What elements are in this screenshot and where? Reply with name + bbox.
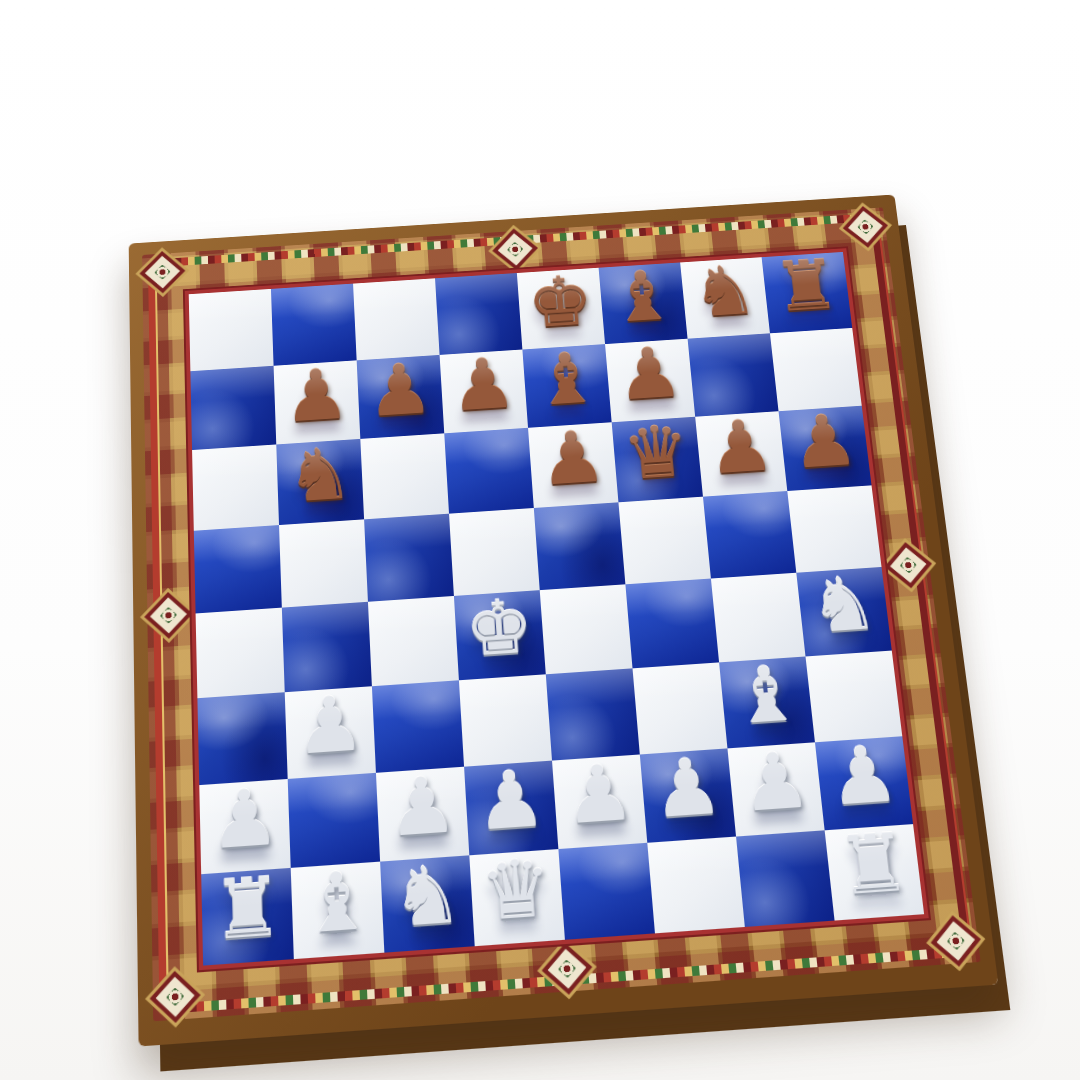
square-glare bbox=[274, 360, 359, 397]
square-g1[interactable] bbox=[736, 830, 835, 927]
square-glare bbox=[454, 590, 542, 629]
square-glare bbox=[201, 868, 292, 911]
silver-pawn-a2[interactable]: ♟ bbox=[208, 773, 281, 867]
silver-queen-d1[interactable]: ♛ bbox=[478, 843, 555, 939]
square-c6[interactable] bbox=[360, 433, 449, 519]
square-h4[interactable]: ♞ bbox=[796, 567, 891, 657]
square-d7[interactable]: ♟ bbox=[440, 349, 528, 433]
copper-queen-f6[interactable]: ♛ bbox=[620, 411, 694, 495]
square-a4[interactable] bbox=[196, 608, 285, 699]
square-g3[interactable]: ♝ bbox=[719, 656, 815, 748]
square-d4[interactable]: ♚ bbox=[454, 590, 546, 680]
border-star-medallion bbox=[848, 211, 883, 243]
copper-knight-g8[interactable]: ♞ bbox=[688, 252, 761, 332]
square-h7[interactable] bbox=[770, 328, 862, 411]
silver-knight-h4[interactable]: ♞ bbox=[804, 561, 882, 649]
square-glare bbox=[360, 433, 446, 470]
silver-knight-c1[interactable]: ♞ bbox=[389, 849, 465, 945]
square-e6[interactable]: ♟ bbox=[528, 422, 618, 508]
square-glare bbox=[435, 273, 519, 309]
copper-bishop-e7[interactable]: ♝ bbox=[531, 338, 603, 420]
square-d6[interactable] bbox=[444, 428, 534, 514]
chess-board: ♚♝♞♜♟♟♟♝♟♞♟♛♟♟♚♞♟♝♟♟♟♟♟♟♟♜♝♞♛♜ bbox=[129, 195, 999, 1047]
square-glare bbox=[605, 339, 691, 375]
copper-pawn-b7[interactable]: ♟ bbox=[282, 355, 351, 438]
square-glare bbox=[291, 862, 382, 904]
silver-king-d4[interactable]: ♚ bbox=[462, 584, 536, 673]
square-e4[interactable] bbox=[540, 584, 633, 674]
square-glare bbox=[282, 602, 370, 641]
square-a2[interactable]: ♟ bbox=[199, 779, 290, 874]
silver-bishop-b1[interactable]: ♝ bbox=[300, 855, 375, 951]
square-glare bbox=[599, 262, 684, 298]
square-f8[interactable]: ♝ bbox=[599, 262, 688, 344]
border-star-medallion bbox=[937, 921, 975, 960]
square-h5[interactable] bbox=[787, 485, 881, 572]
copper-pawn-f7[interactable]: ♟ bbox=[613, 333, 686, 415]
square-c4[interactable] bbox=[368, 596, 459, 686]
wood-frame: ♚♝♞♜♟♟♟♝♟♞♟♛♟♟♚♞♟♝♟♟♟♟♟♟♟♜♝♞♛♜ bbox=[129, 195, 999, 1047]
square-glare bbox=[271, 284, 355, 320]
square-e2[interactable]: ♟ bbox=[552, 754, 647, 849]
square-glare bbox=[647, 837, 739, 879]
copper-king-e8[interactable]: ♚ bbox=[525, 262, 596, 342]
copper-pawn-e6[interactable]: ♟ bbox=[536, 417, 609, 501]
square-g7[interactable] bbox=[688, 333, 779, 416]
square-glare bbox=[711, 573, 800, 612]
square-glare bbox=[727, 742, 818, 783]
square-glare bbox=[552, 754, 643, 795]
square-glare bbox=[540, 584, 628, 623]
square-a8[interactable] bbox=[189, 289, 274, 371]
copper-bishop-f8[interactable]: ♝ bbox=[607, 257, 679, 337]
square-f5[interactable] bbox=[618, 497, 710, 585]
square-g6[interactable]: ♟ bbox=[695, 411, 787, 496]
square-glare bbox=[796, 567, 885, 606]
square-glare bbox=[444, 428, 530, 465]
square-a7[interactable] bbox=[190, 366, 276, 450]
silver-pawn-f2[interactable]: ♟ bbox=[648, 742, 726, 835]
square-e3[interactable] bbox=[546, 668, 640, 760]
silver-rook-h1[interactable]: ♜ bbox=[833, 818, 914, 913]
square-glare bbox=[459, 674, 548, 714]
square-glare bbox=[199, 779, 289, 821]
border-star-medallion bbox=[145, 256, 180, 288]
square-b4[interactable] bbox=[282, 602, 372, 692]
square-c3[interactable] bbox=[372, 680, 464, 773]
square-glare bbox=[357, 355, 442, 392]
square-a3[interactable] bbox=[197, 692, 287, 785]
square-d5[interactable] bbox=[449, 508, 540, 596]
square-glare bbox=[189, 289, 272, 325]
square-g2[interactable]: ♟ bbox=[727, 742, 824, 836]
square-glare bbox=[380, 855, 471, 897]
copper-pawn-h6[interactable]: ♟ bbox=[786, 400, 862, 484]
copper-knight-b6[interactable]: ♞ bbox=[285, 433, 355, 518]
square-glare bbox=[517, 268, 601, 304]
square-glare bbox=[815, 736, 907, 777]
square-a6[interactable] bbox=[192, 444, 279, 530]
square-glare bbox=[440, 349, 525, 386]
square-e1[interactable] bbox=[558, 843, 655, 940]
square-d1[interactable]: ♛ bbox=[469, 849, 565, 946]
square-e8[interactable]: ♚ bbox=[517, 268, 605, 350]
square-glare bbox=[196, 608, 283, 647]
square-glare bbox=[288, 773, 378, 814]
square-glare bbox=[522, 344, 607, 380]
square-glare bbox=[558, 843, 650, 885]
copper-pawn-c7[interactable]: ♟ bbox=[365, 349, 435, 432]
square-c5[interactable] bbox=[364, 514, 454, 602]
square-e5[interactable] bbox=[534, 502, 626, 590]
square-f4[interactable] bbox=[625, 579, 719, 669]
copper-pawn-d7[interactable]: ♟ bbox=[448, 344, 519, 427]
square-glare bbox=[625, 579, 714, 618]
square-glare bbox=[192, 444, 277, 482]
silver-bishop-g3[interactable]: ♝ bbox=[727, 650, 805, 740]
square-d2[interactable]: ♟ bbox=[464, 761, 558, 856]
square-glare bbox=[372, 680, 461, 720]
border-star-medallion bbox=[150, 597, 187, 633]
square-g4[interactable] bbox=[711, 573, 806, 663]
square-a5[interactable] bbox=[194, 525, 282, 613]
square-b8[interactable] bbox=[271, 284, 357, 366]
square-glare bbox=[449, 508, 536, 546]
silver-pawn-b3[interactable]: ♟ bbox=[294, 680, 367, 771]
square-e7[interactable]: ♝ bbox=[522, 344, 611, 428]
square-glare bbox=[368, 596, 456, 635]
square-c1[interactable]: ♞ bbox=[380, 855, 475, 952]
square-glare bbox=[762, 252, 847, 287]
square-glare bbox=[612, 417, 699, 454]
silver-pawn-d2[interactable]: ♟ bbox=[473, 754, 549, 847]
square-c2[interactable]: ♟ bbox=[376, 767, 469, 862]
square-f7[interactable]: ♟ bbox=[605, 339, 695, 423]
square-glare bbox=[376, 767, 466, 808]
square-glare bbox=[787, 485, 875, 523]
square-glare bbox=[197, 692, 285, 732]
square-c7[interactable]: ♟ bbox=[357, 355, 445, 439]
mosaic-border: ♚♝♞♜♟♟♟♝♟♞♟♛♟♟♚♞♟♝♟♟♟♟♟♟♟♜♝♞♛♜ bbox=[142, 207, 981, 1021]
square-glare bbox=[719, 656, 809, 696]
square-glare bbox=[364, 514, 451, 552]
copper-pawn-g6[interactable]: ♟ bbox=[703, 405, 778, 489]
border-star-medallion bbox=[156, 977, 195, 1017]
square-b7[interactable]: ♟ bbox=[274, 360, 361, 444]
square-f6[interactable]: ♛ bbox=[612, 417, 703, 503]
square-glare bbox=[825, 824, 918, 866]
square-h1[interactable]: ♜ bbox=[825, 824, 924, 920]
square-glare bbox=[464, 761, 554, 802]
silver-pawn-e2[interactable]: ♟ bbox=[561, 748, 638, 841]
square-glare bbox=[279, 519, 366, 557]
square-glare bbox=[806, 651, 896, 691]
square-f1[interactable] bbox=[647, 837, 745, 934]
square-d3[interactable] bbox=[459, 674, 552, 766]
square-g5[interactable] bbox=[703, 491, 796, 579]
silver-pawn-g2[interactable]: ♟ bbox=[736, 736, 815, 829]
square-b5[interactable] bbox=[279, 519, 368, 607]
square-glare bbox=[633, 662, 723, 702]
square-glare bbox=[546, 668, 636, 708]
square-d8[interactable] bbox=[435, 273, 522, 355]
square-f3[interactable] bbox=[633, 662, 728, 754]
silver-pawn-h2[interactable]: ♟ bbox=[823, 730, 903, 823]
square-c8[interactable] bbox=[353, 278, 440, 360]
square-glare bbox=[779, 406, 866, 443]
square-glare bbox=[353, 278, 437, 314]
square-glare bbox=[618, 497, 706, 535]
square-h3[interactable] bbox=[806, 651, 903, 743]
square-b1[interactable]: ♝ bbox=[291, 862, 385, 960]
square-b2[interactable] bbox=[288, 773, 380, 868]
square-glare bbox=[736, 830, 829, 872]
board-grid: ♚♝♞♜♟♟♟♝♟♞♟♛♟♟♚♞♟♝♟♟♟♟♟♟♟♜♝♞♛♜ bbox=[185, 248, 929, 970]
square-glare bbox=[276, 439, 362, 477]
square-glare bbox=[528, 422, 614, 459]
studio-background: ♚♝♞♜♟♟♟♝♟♞♟♛♟♟♚♞♟♝♟♟♟♟♟♟♟♜♝♞♛♜ bbox=[0, 0, 1080, 1080]
square-glare bbox=[534, 502, 621, 540]
square-b3[interactable]: ♟ bbox=[285, 686, 376, 779]
square-h8[interactable]: ♜ bbox=[762, 252, 853, 333]
square-a1[interactable]: ♜ bbox=[201, 868, 294, 966]
border-star-medallion bbox=[498, 233, 533, 265]
border-star-medallion bbox=[548, 949, 587, 989]
copper-rook-h8[interactable]: ♜ bbox=[769, 246, 843, 326]
silver-rook-a1[interactable]: ♜ bbox=[210, 861, 284, 957]
square-h2[interactable]: ♟ bbox=[815, 736, 913, 830]
square-glare bbox=[469, 849, 561, 891]
border-star-medallion bbox=[890, 548, 926, 583]
square-f2[interactable]: ♟ bbox=[640, 748, 736, 842]
square-b6[interactable]: ♞ bbox=[276, 439, 364, 525]
square-glare bbox=[194, 525, 280, 564]
square-glare bbox=[640, 748, 731, 789]
square-glare bbox=[190, 366, 274, 403]
square-glare bbox=[680, 257, 765, 293]
square-h6[interactable]: ♟ bbox=[779, 406, 872, 491]
silver-pawn-c2[interactable]: ♟ bbox=[385, 760, 460, 853]
square-glare bbox=[770, 328, 856, 364]
square-glare bbox=[688, 333, 774, 369]
square-glare bbox=[285, 686, 374, 726]
square-g8[interactable]: ♞ bbox=[680, 257, 770, 338]
square-glare bbox=[703, 491, 791, 529]
square-glare bbox=[695, 411, 782, 448]
